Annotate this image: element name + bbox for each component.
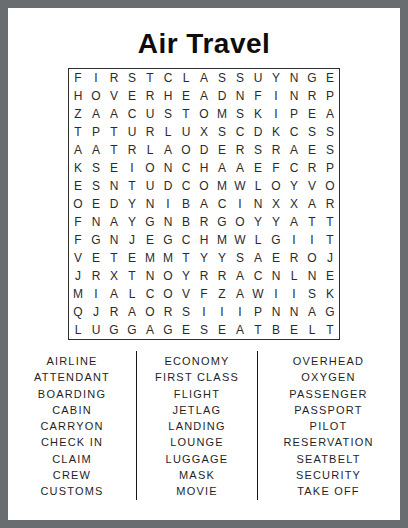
grid-cell-r13c11[interactable]: W <box>249 285 267 303</box>
word-list-item: CARRYON <box>8 418 136 434</box>
grid-cell-r5c2[interactable]: A <box>87 141 105 159</box>
grid-cell-r10c15[interactable]: T <box>321 231 339 249</box>
word-list-item: ATTENDANT <box>8 369 136 385</box>
grid-cell-r13c2[interactable]: I <box>87 285 105 303</box>
word-list-item: PILOT <box>258 418 399 434</box>
word-list-item: LUGGAGE <box>137 451 257 467</box>
grid-cell-r14c15[interactable]: G <box>321 303 339 321</box>
grid-cell-r13c13[interactable]: I <box>285 285 303 303</box>
grid-cell-r10c10[interactable]: W <box>231 231 249 249</box>
grid-cell-r9c11[interactable]: Y <box>249 213 267 231</box>
grid-cell-r12c11[interactable]: C <box>249 267 267 285</box>
word-list-item: CREW <box>8 467 136 483</box>
grid-cell-r15c15[interactable]: T <box>321 321 339 339</box>
word-list-column-3: OVERHEADOXYGENPASSENGERPASSPORTPILOTRESE… <box>258 351 399 500</box>
grid-cell-r11c1[interactable]: V <box>69 249 87 267</box>
grid-cell-r9c4[interactable]: Y <box>123 213 141 231</box>
grid-cell-r13c1[interactable]: M <box>69 285 87 303</box>
grid-cell-r7c9[interactable]: M <box>213 177 231 195</box>
grid-cell-r4c14[interactable]: S <box>303 123 321 141</box>
grid-cell-r12c13[interactable]: L <box>285 267 303 285</box>
grid-cell-r5c9[interactable]: E <box>213 141 231 159</box>
grid-cell-r5c7[interactable]: O <box>177 141 195 159</box>
grid-cell-r2c12[interactable]: I <box>267 87 285 105</box>
grid-cell-r5c14[interactable]: E <box>303 141 321 159</box>
grid-cell-r11c8[interactable]: Y <box>195 249 213 267</box>
grid-cell-r6c3[interactable]: E <box>105 159 123 177</box>
word-list-column-2: ECONOMYFIRST CLASSFLIGHTJETLAGLANDINGLOU… <box>136 351 258 500</box>
word-list-item: TAKE OFF <box>258 483 399 499</box>
grid-cell-r7c6[interactable]: D <box>159 177 177 195</box>
grid-cell-r11c12[interactable]: E <box>267 249 285 267</box>
grid-cell-r12c7[interactable]: Y <box>177 267 195 285</box>
grid-cell-r13c14[interactable]: S <box>303 285 321 303</box>
grid-cell-r4c13[interactable]: C <box>285 123 303 141</box>
grid-cell-r14c12[interactable]: N <box>267 303 285 321</box>
grid-cell-r8c10[interactable]: I <box>231 195 249 213</box>
grid-cell-r5c13[interactable]: A <box>285 141 303 159</box>
grid-cell-r9c6[interactable]: N <box>159 213 177 231</box>
grid-cell-r11c10[interactable]: S <box>231 249 249 267</box>
grid-cell-r1c9[interactable]: S <box>213 69 231 87</box>
grid-cell-r7c12[interactable]: O <box>267 177 285 195</box>
word-list-item: JETLAG <box>137 402 257 418</box>
grid-cell-r4c10[interactable]: C <box>231 123 249 141</box>
grid-cell-r1c7[interactable]: L <box>177 69 195 87</box>
grid-cell-r6c5[interactable]: O <box>141 159 159 177</box>
grid-cell-r15c2[interactable]: U <box>87 321 105 339</box>
grid-cell-r6c9[interactable]: A <box>213 159 231 177</box>
grid-cell-r6c12[interactable]: F <box>267 159 285 177</box>
grid-cell-r9c15[interactable]: T <box>321 213 339 231</box>
grid-cell-r8c13[interactable]: X <box>285 195 303 213</box>
grid-cell-r12c6[interactable]: O <box>159 267 177 285</box>
grid-cell-r10c2[interactable]: G <box>87 231 105 249</box>
grid-cell-r10c8[interactable]: H <box>195 231 213 249</box>
grid-cell-r9c13[interactable]: A <box>285 213 303 231</box>
grid-cell-r8c14[interactable]: A <box>303 195 321 213</box>
grid-cell-r1c6[interactable]: C <box>159 69 177 87</box>
grid-cell-r14c13[interactable]: N <box>285 303 303 321</box>
grid-cell-r12c2[interactable]: R <box>87 267 105 285</box>
grid-cell-r5c11[interactable]: S <box>249 141 267 159</box>
grid-cell-r8c1[interactable]: O <box>69 195 87 213</box>
grid-cell-r1c12[interactable]: Y <box>267 69 285 87</box>
grid-cell-r11c9[interactable]: Y <box>213 249 231 267</box>
word-list-item: CLAIM <box>8 451 136 467</box>
grid-cell-r15c5[interactable]: A <box>141 321 159 339</box>
grid-cell-r6c2[interactable]: S <box>87 159 105 177</box>
grid-cell-r1c8[interactable]: A <box>195 69 213 87</box>
grid-cell-r12c5[interactable]: N <box>141 267 159 285</box>
grid-cell-r2c15[interactable]: P <box>321 87 339 105</box>
grid-cell-r4c8[interactable]: X <box>195 123 213 141</box>
grid-cell-r13c5[interactable]: C <box>141 285 159 303</box>
grid-cell-r13c9[interactable]: Z <box>213 285 231 303</box>
grid-cell-r10c13[interactable]: I <box>285 231 303 249</box>
grid-cell-r2c1[interactable]: H <box>69 87 87 105</box>
word-list-item: CABIN <box>8 402 136 418</box>
grid-cell-r12c14[interactable]: N <box>303 267 321 285</box>
grid-cell-r2c3[interactable]: V <box>105 87 123 105</box>
word-list-item: MOVIE <box>137 483 257 499</box>
grid-cell-r5c8[interactable]: D <box>195 141 213 159</box>
word-list-item: LOUNGE <box>137 434 257 450</box>
grid-cell-r2c9[interactable]: D <box>213 87 231 105</box>
grid-cell-r2c13[interactable]: N <box>285 87 303 105</box>
grid-cell-r13c6[interactable]: O <box>159 285 177 303</box>
grid-cell-r4c2[interactable]: P <box>87 123 105 141</box>
grid-cell-r2c10[interactable]: N <box>231 87 249 105</box>
grid-cell-r15c14[interactable]: L <box>303 321 321 339</box>
grid-cell-r9c3[interactable]: A <box>105 213 123 231</box>
grid-cell-r10c14[interactable]: I <box>303 231 321 249</box>
grid-cell-r12c1[interactable]: J <box>69 267 87 285</box>
grid-cell-r12c4[interactable]: T <box>123 267 141 285</box>
grid-cell-r12c15[interactable]: E <box>321 267 339 285</box>
grid-cell-r13c15[interactable]: K <box>321 285 339 303</box>
grid-cell-r10c6[interactable]: G <box>159 231 177 249</box>
grid-cell-r6c13[interactable]: C <box>285 159 303 177</box>
grid-cell-r8c8[interactable]: A <box>195 195 213 213</box>
grid-cell-r14c7[interactable]: S <box>177 303 195 321</box>
grid-cell-r15c11[interactable]: T <box>249 321 267 339</box>
grid-cell-r15c8[interactable]: S <box>195 321 213 339</box>
grid-cell-r6c6[interactable]: N <box>159 159 177 177</box>
grid-cell-r3c2[interactable]: A <box>87 105 105 123</box>
grid-cell-r4c7[interactable]: U <box>177 123 195 141</box>
grid-cell-r3c11[interactable]: K <box>249 105 267 123</box>
grid-cell-r5c4[interactable]: R <box>123 141 141 159</box>
grid-cell-r11c2[interactable]: E <box>87 249 105 267</box>
grid-cell-r15c10[interactable]: A <box>231 321 249 339</box>
word-list-item: RESERVATION <box>258 434 399 450</box>
grid-cell-r6c15[interactable]: P <box>321 159 339 177</box>
grid-cell-r3c7[interactable]: T <box>177 105 195 123</box>
word-list-item: LANDING <box>137 418 257 434</box>
grid-cell-r14c11[interactable]: P <box>249 303 267 321</box>
grid-cell-r2c4[interactable]: E <box>123 87 141 105</box>
grid-cell-r13c10[interactable]: A <box>231 285 249 303</box>
grid-cell-r14c10[interactable]: I <box>231 303 249 321</box>
grid-cell-r13c4[interactable]: L <box>123 285 141 303</box>
grid-cell-r6c11[interactable]: E <box>249 159 267 177</box>
grid-cell-r7c3[interactable]: N <box>105 177 123 195</box>
grid-cell-r5c15[interactable]: S <box>321 141 339 159</box>
grid-cell-r4c1[interactable]: T <box>69 123 87 141</box>
grid-cell-r1c14[interactable]: G <box>303 69 321 87</box>
word-list-item: SEATBELT <box>258 451 399 467</box>
grid-cell-r6c7[interactable]: C <box>177 159 195 177</box>
grid-cell-r8c6[interactable]: I <box>159 195 177 213</box>
word-list-item: CUSTOMS <box>8 483 136 499</box>
grid-cell-r15c9[interactable]: E <box>213 321 231 339</box>
grid-cell-r12c9[interactable]: R <box>213 267 231 285</box>
grid-cell-r5c6[interactable]: A <box>159 141 177 159</box>
grid-cell-r7c11[interactable]: L <box>249 177 267 195</box>
grid-cell-r14c3[interactable]: R <box>105 303 123 321</box>
grid-cell-r11c13[interactable]: R <box>285 249 303 267</box>
grid-cell-r13c3[interactable]: A <box>105 285 123 303</box>
grid-cell-r7c14[interactable]: V <box>303 177 321 195</box>
grid-cell-r10c7[interactable]: C <box>177 231 195 249</box>
grid-cell-r5c10[interactable]: R <box>231 141 249 159</box>
grid-cell-r8c3[interactable]: D <box>105 195 123 213</box>
word-list-item: ECONOMY <box>137 353 257 369</box>
grid-cell-r2c11[interactable]: F <box>249 87 267 105</box>
puzzle-title: Air Travel <box>8 8 400 60</box>
grid-cell-r8c11[interactable]: N <box>249 195 267 213</box>
grid-cell-r9c7[interactable]: B <box>177 213 195 231</box>
grid-cell-r15c4[interactable]: G <box>123 321 141 339</box>
grid-cell-r11c15[interactable]: J <box>321 249 339 267</box>
grid-cell-r4c3[interactable]: T <box>105 123 123 141</box>
grid-cell-r14c4[interactable]: A <box>123 303 141 321</box>
grid-cell-r15c12[interactable]: B <box>267 321 285 339</box>
grid-cell-r6c8[interactable]: H <box>195 159 213 177</box>
puzzle-page: Air Travel FIRSTCLASSUYNGEHOVERHEADNFINR… <box>8 8 400 520</box>
grid-cell-r11c6[interactable]: M <box>159 249 177 267</box>
grid-cell-r1c15[interactable]: E <box>321 69 339 87</box>
grid-cell-r9c12[interactable]: Y <box>267 213 285 231</box>
grid-cell-r7c5[interactable]: U <box>141 177 159 195</box>
grid-cell-r4c5[interactable]: R <box>141 123 159 141</box>
grid-cell-r5c12[interactable]: R <box>267 141 285 159</box>
grid-cell-r7c7[interactable]: C <box>177 177 195 195</box>
grid-cell-r9c5[interactable]: G <box>141 213 159 231</box>
grid-cell-r3c12[interactable]: I <box>267 105 285 123</box>
grid-cell-r7c1[interactable]: E <box>69 177 87 195</box>
grid-cell-r12c3[interactable]: X <box>105 267 123 285</box>
word-list-item: CHECK IN <box>8 434 136 450</box>
grid-cell-r2c8[interactable]: A <box>195 87 213 105</box>
grid-cell-r1c11[interactable]: U <box>249 69 267 87</box>
grid-cell-r5c1[interactable]: A <box>69 141 87 159</box>
grid-cell-r14c14[interactable]: A <box>303 303 321 321</box>
grid-cell-r9c1[interactable]: F <box>69 213 87 231</box>
grid-cell-r14c2[interactable]: J <box>87 303 105 321</box>
grid-cell-r1c5[interactable]: T <box>141 69 159 87</box>
grid-cell-r1c3[interactable]: R <box>105 69 123 87</box>
grid-cell-r14c5[interactable]: O <box>141 303 159 321</box>
grid-cell-r1c2[interactable]: I <box>87 69 105 87</box>
grid-cell-r10c1[interactable]: F <box>69 231 87 249</box>
grid-cell-r3c15[interactable]: A <box>321 105 339 123</box>
grid-cell-r15c6[interactable]: G <box>159 321 177 339</box>
grid-cell-r13c12[interactable]: I <box>267 285 285 303</box>
grid-cell-r10c3[interactable]: N <box>105 231 123 249</box>
grid-cell-r2c6[interactable]: H <box>159 87 177 105</box>
grid-cell-r8c7[interactable]: B <box>177 195 195 213</box>
word-search-grid-frame: FIRSTCLASSUYNGEHOVERHEADNFINRPZAACUSTOMS… <box>68 68 340 340</box>
grid-cell-r2c7[interactable]: E <box>177 87 195 105</box>
word-list-item: BOARDING <box>8 386 136 402</box>
grid-cell-r2c14[interactable]: R <box>303 87 321 105</box>
grid-cell-r4c6[interactable]: L <box>159 123 177 141</box>
grid-cell-r15c13[interactable]: E <box>285 321 303 339</box>
grid-cell-r10c5[interactable]: E <box>141 231 159 249</box>
word-list-item: PASSPORT <box>258 402 399 418</box>
word-list-item: AIRLINE <box>8 353 136 369</box>
grid-cell-r11c11[interactable]: A <box>249 249 267 267</box>
grid-cell-r9c9[interactable]: G <box>213 213 231 231</box>
grid-cell-r3c9[interactable]: M <box>213 105 231 123</box>
grid-cell-r8c12[interactable]: X <box>267 195 285 213</box>
grid-cell-r11c14[interactable]: O <box>303 249 321 267</box>
grid-cell-r6c4[interactable]: I <box>123 159 141 177</box>
grid-cell-r13c7[interactable]: V <box>177 285 195 303</box>
grid-cell-r3c3[interactable]: A <box>105 105 123 123</box>
grid-cell-r11c3[interactable]: T <box>105 249 123 267</box>
grid-cell-r1c1[interactable]: F <box>69 69 87 87</box>
grid-cell-r3c10[interactable]: S <box>231 105 249 123</box>
grid-cell-r2c5[interactable]: R <box>141 87 159 105</box>
word-list-item: FIRST CLASS <box>137 369 257 385</box>
grid-cell-r12c10[interactable]: A <box>231 267 249 285</box>
word-list-column-1: AIRLINEATTENDANTBOARDINGCABINCARRYONCHEC… <box>8 351 136 500</box>
grid-cell-r14c6[interactable]: R <box>159 303 177 321</box>
grid-cell-r8c5[interactable]: N <box>141 195 159 213</box>
grid-cell-r2c2[interactable]: O <box>87 87 105 105</box>
grid-cell-r9c2[interactable]: N <box>87 213 105 231</box>
grid-cell-r7c13[interactable]: Y <box>285 177 303 195</box>
grid-cell-r3c8[interactable]: O <box>195 105 213 123</box>
grid-cell-r10c11[interactable]: L <box>249 231 267 249</box>
grid-cell-r15c7[interactable]: E <box>177 321 195 339</box>
grid-cell-r4c4[interactable]: U <box>123 123 141 141</box>
grid-cell-r3c14[interactable]: E <box>303 105 321 123</box>
grid-cell-r11c4[interactable]: E <box>123 249 141 267</box>
grid-cell-r9c10[interactable]: O <box>231 213 249 231</box>
grid-cell-r9c14[interactable]: T <box>303 213 321 231</box>
grid-cell-r3c5[interactable]: U <box>141 105 159 123</box>
word-list-item: MASK <box>137 467 257 483</box>
grid-cell-r3c1[interactable]: Z <box>69 105 87 123</box>
grid-cell-r14c8[interactable]: I <box>195 303 213 321</box>
grid-cell-r10c12[interactable]: G <box>267 231 285 249</box>
grid-cell-r8c15[interactable]: R <box>321 195 339 213</box>
word-list-item: OXYGEN <box>258 369 399 385</box>
grid-cell-r6c14[interactable]: R <box>303 159 321 177</box>
grid-cell-r4c11[interactable]: D <box>249 123 267 141</box>
grid-cell-r7c10[interactable]: W <box>231 177 249 195</box>
grid-cell-r10c9[interactable]: M <box>213 231 231 249</box>
grid-cell-r8c4[interactable]: Y <box>123 195 141 213</box>
grid-cell-r4c12[interactable]: K <box>267 123 285 141</box>
grid-cell-r5c3[interactable]: T <box>105 141 123 159</box>
grid-cell-r1c4[interactable]: S <box>123 69 141 87</box>
word-list-item: SECURITY <box>258 467 399 483</box>
grid-cell-r8c9[interactable]: C <box>213 195 231 213</box>
word-list-item: OVERHEAD <box>258 353 399 369</box>
grid-cell-r3c13[interactable]: P <box>285 105 303 123</box>
grid-cell-r1c10[interactable]: S <box>231 69 249 87</box>
grid-cell-r15c1[interactable]: L <box>69 321 87 339</box>
grid-cell-r7c2[interactable]: S <box>87 177 105 195</box>
grid-cell-r7c15[interactable]: O <box>321 177 339 195</box>
grid-cell-r12c8[interactable]: R <box>195 267 213 285</box>
grid-cell-r9c8[interactable]: R <box>195 213 213 231</box>
grid-cell-r14c9[interactable]: I <box>213 303 231 321</box>
word-list: AIRLINEATTENDANTBOARDINGCABINCARRYONCHEC… <box>8 351 400 500</box>
grid-cell-r6c10[interactable]: A <box>231 159 249 177</box>
grid-cell-r7c4[interactable]: T <box>123 177 141 195</box>
grid-cell-r8c2[interactable]: E <box>87 195 105 213</box>
grid-cell-r15c3[interactable]: G <box>105 321 123 339</box>
word-search-grid[interactable]: FIRSTCLASSUYNGEHOVERHEADNFINRPZAACUSTOMS… <box>69 69 339 339</box>
grid-cell-r4c15[interactable]: S <box>321 123 339 141</box>
grid-cell-r6c1[interactable]: K <box>69 159 87 177</box>
grid-cell-r4c9[interactable]: S <box>213 123 231 141</box>
word-list-item: PASSENGER <box>258 386 399 402</box>
grid-cell-r3c6[interactable]: S <box>159 105 177 123</box>
grid-cell-r10c4[interactable]: J <box>123 231 141 249</box>
grid-cell-r3c4[interactable]: C <box>123 105 141 123</box>
grid-cell-r5c5[interactable]: L <box>141 141 159 159</box>
word-list-item: FLIGHT <box>137 386 257 402</box>
grid-cell-r7c8[interactable]: O <box>195 177 213 195</box>
grid-cell-r11c7[interactable]: T <box>177 249 195 267</box>
grid-cell-r1c13[interactable]: N <box>285 69 303 87</box>
grid-cell-r12c12[interactable]: N <box>267 267 285 285</box>
grid-cell-r14c1[interactable]: Q <box>69 303 87 321</box>
grid-cell-r11c5[interactable]: M <box>141 249 159 267</box>
grid-cell-r13c8[interactable]: F <box>195 285 213 303</box>
